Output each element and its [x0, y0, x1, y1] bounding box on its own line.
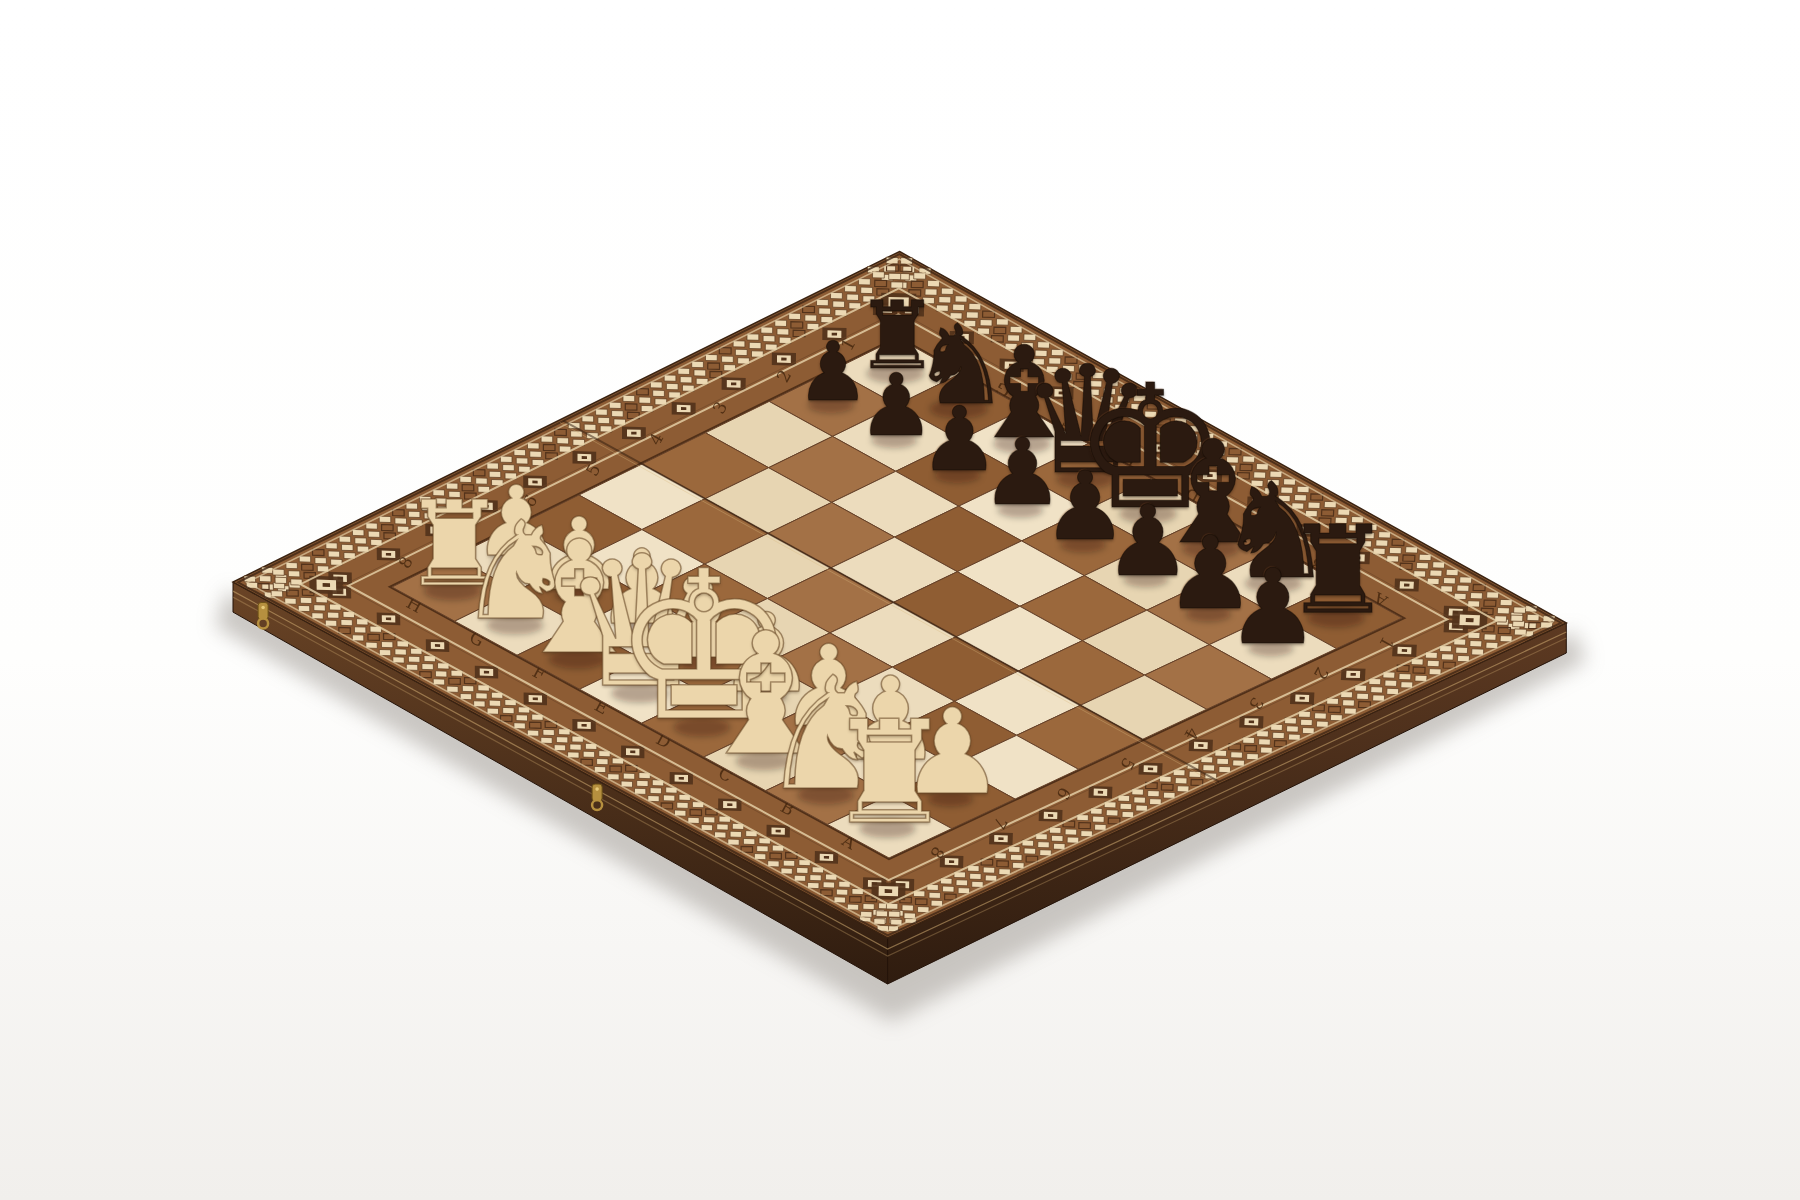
chessboard: HHGGFFEEDDCCBBAA1122334455667788 — [0, 0, 1800, 1200]
product-photo-backdrop: HHGGFFEEDDCCBBAA1122334455667788 ♜♞♝♚♛♝♞… — [0, 0, 1800, 1200]
